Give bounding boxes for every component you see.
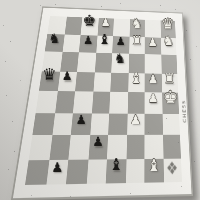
- square-g7[interactable]: [49, 135, 71, 159]
- piece-black-king-a6[interactable]: ♚: [83, 14, 97, 29]
- square-h6[interactable]: [66, 159, 88, 185]
- piece-white-pawn-e2[interactable]: ♟: [148, 93, 159, 105]
- square-d5[interactable]: [93, 72, 111, 92]
- square-d4[interactable]: [110, 72, 128, 92]
- square-e3[interactable]: [127, 92, 145, 113]
- square-f4[interactable]: [108, 113, 127, 135]
- piece-white-queen-a1[interactable]: ♛: [161, 17, 174, 32]
- square-h5[interactable]: [86, 158, 107, 183]
- square-e7[interactable]: [54, 91, 75, 112]
- square-c7[interactable]: [60, 52, 79, 71]
- photo-background: CHESS ❖ ♚♛♞♞♝♝♟♟♟♟♟♟♚♛♜♜♝♝♞♞♟♟♟♟♟: [0, 0, 200, 200]
- piece-white-rook-d1[interactable]: ♜: [164, 72, 176, 85]
- square-g1[interactable]: [162, 135, 181, 158]
- piece-black-pawn-f6[interactable]: ♟: [76, 114, 87, 127]
- piece-white-bishop-d3[interactable]: ♝: [130, 71, 143, 85]
- square-f2[interactable]: [144, 113, 162, 135]
- piece-black-pawn-d7[interactable]: ♟: [62, 72, 73, 84]
- film-grain-speckles: [0, 0, 1, 1]
- board-edge-brand-text: CHESS: [178, 74, 188, 122]
- piece-white-pawn-d2[interactable]: ♟: [148, 74, 158, 86]
- piece-white-pawn-b2[interactable]: ♟: [148, 37, 158, 48]
- piece-white-knight-a3[interactable]: ♞: [131, 18, 142, 31]
- square-a4[interactable]: [113, 19, 129, 36]
- square-c2[interactable]: [145, 54, 161, 73]
- piece-black-pawn-h7[interactable]: ♟: [51, 161, 63, 174]
- piece-black-queen-d8[interactable]: ♛: [42, 67, 57, 83]
- square-f1[interactable]: [162, 113, 180, 135]
- piece-black-pawn-g5[interactable]: ♟: [92, 136, 104, 149]
- square-b7[interactable]: [62, 34, 81, 53]
- piece-black-knight-c4[interactable]: ♞: [114, 52, 126, 66]
- square-e5[interactable]: [91, 92, 110, 113]
- corner-emblem-icon: ❖: [164, 158, 181, 180]
- piece-white-pawn-f3[interactable]: ♟: [130, 114, 141, 126]
- square-a7[interactable]: [64, 17, 82, 35]
- piece-white-pawn-a5[interactable]: ♟: [101, 18, 111, 29]
- square-c5[interactable]: [94, 53, 112, 72]
- square-g6[interactable]: [68, 135, 89, 159]
- square-c6[interactable]: [77, 52, 96, 71]
- piece-black-bishop-h4[interactable]: ♝: [109, 158, 124, 174]
- square-e6[interactable]: [73, 91, 93, 112]
- piece-black-pawn-b6[interactable]: ♟: [83, 35, 93, 46]
- square-e4[interactable]: [109, 92, 127, 113]
- square-f7[interactable]: [52, 112, 73, 135]
- piece-white-bishop-h2[interactable]: ♝: [147, 157, 161, 173]
- square-d6[interactable]: [75, 71, 94, 91]
- piece-white-knight-b1[interactable]: ♞: [163, 36, 175, 49]
- piece-black-bishop-b5[interactable]: ♝: [98, 33, 110, 47]
- square-h3[interactable]: [125, 158, 144, 183]
- square-f5[interactable]: [90, 113, 110, 135]
- piece-white-king-e1[interactable]: ♚: [163, 89, 178, 106]
- square-g3[interactable]: [126, 135, 145, 158]
- piece-black-knight-b8[interactable]: ♞: [49, 32, 61, 45]
- piece-white-rook-b3[interactable]: ♜: [131, 35, 142, 48]
- piece-black-pawn-b4[interactable]: ♟: [116, 36, 126, 47]
- square-a2[interactable]: [145, 20, 161, 37]
